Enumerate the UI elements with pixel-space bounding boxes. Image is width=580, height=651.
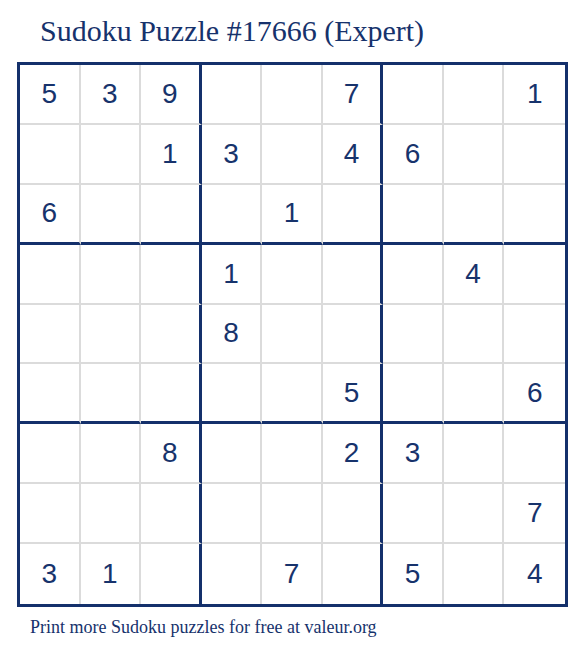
cell-r4c7[interactable]: [383, 245, 444, 305]
cell-r9c5[interactable]: 7: [262, 544, 323, 604]
cell-r3c4[interactable]: [202, 185, 263, 245]
cell-r9c6[interactable]: [323, 544, 384, 604]
cell-r3c3[interactable]: [141, 185, 202, 245]
cell-r2c1[interactable]: [20, 125, 81, 185]
cell-r5c1[interactable]: [20, 305, 81, 365]
cell-r5c2[interactable]: [81, 305, 142, 365]
cell-r3c1[interactable]: 6: [20, 185, 81, 245]
cell-r4c6[interactable]: [323, 245, 384, 305]
cell-r4c3[interactable]: [141, 245, 202, 305]
cell-r9c7[interactable]: 5: [383, 544, 444, 604]
cell-r3c8[interactable]: [444, 185, 505, 245]
cell-r9c1[interactable]: 3: [20, 544, 81, 604]
cell-r3c5[interactable]: 1: [262, 185, 323, 245]
cell-r6c5[interactable]: [262, 364, 323, 424]
cell-r2c7[interactable]: 6: [383, 125, 444, 185]
cell-r6c8[interactable]: [444, 364, 505, 424]
cell-r2c8[interactable]: [444, 125, 505, 185]
cell-r8c3[interactable]: [141, 484, 202, 544]
cell-r5c6[interactable]: [323, 305, 384, 365]
cell-r4c9[interactable]: [504, 245, 565, 305]
cell-r3c7[interactable]: [383, 185, 444, 245]
cell-r3c6[interactable]: [323, 185, 384, 245]
cell-r8c6[interactable]: [323, 484, 384, 544]
cell-r9c4[interactable]: [202, 544, 263, 604]
cell-r2c4[interactable]: 3: [202, 125, 263, 185]
cell-r6c1[interactable]: [20, 364, 81, 424]
footer-text: Print more Sudoku puzzles for free at va…: [30, 617, 377, 638]
cell-r4c2[interactable]: [81, 245, 142, 305]
cell-r6c6[interactable]: 5: [323, 364, 384, 424]
cell-r9c9[interactable]: 4: [504, 544, 565, 604]
cell-r1c7[interactable]: [383, 65, 444, 125]
cell-r3c2[interactable]: [81, 185, 142, 245]
cell-r5c4[interactable]: 8: [202, 305, 263, 365]
cell-r8c5[interactable]: [262, 484, 323, 544]
cell-r4c4[interactable]: 1: [202, 245, 263, 305]
cell-r5c8[interactable]: [444, 305, 505, 365]
page-title: Sudoku Puzzle #17666 (Expert): [40, 14, 424, 48]
cell-r6c9[interactable]: 6: [504, 364, 565, 424]
cell-r8c4[interactable]: [202, 484, 263, 544]
cell-r4c8[interactable]: 4: [444, 245, 505, 305]
cell-r4c1[interactable]: [20, 245, 81, 305]
cell-r7c7[interactable]: 3: [383, 424, 444, 484]
cell-r7c6[interactable]: 2: [323, 424, 384, 484]
cell-r8c8[interactable]: [444, 484, 505, 544]
cell-r5c7[interactable]: [383, 305, 444, 365]
cell-r8c2[interactable]: [81, 484, 142, 544]
cell-r7c3[interactable]: 8: [141, 424, 202, 484]
cell-r6c3[interactable]: [141, 364, 202, 424]
cell-r1c4[interactable]: [202, 65, 263, 125]
cell-r8c7[interactable]: [383, 484, 444, 544]
cell-r6c4[interactable]: [202, 364, 263, 424]
sudoku-grid: 5397113466114856823731754: [17, 62, 568, 607]
cell-r1c5[interactable]: [262, 65, 323, 125]
cell-r1c3[interactable]: 9: [141, 65, 202, 125]
cell-r2c6[interactable]: 4: [323, 125, 384, 185]
cell-r1c6[interactable]: 7: [323, 65, 384, 125]
cell-r8c9[interactable]: 7: [504, 484, 565, 544]
cell-r7c1[interactable]: [20, 424, 81, 484]
cell-r3c9[interactable]: [504, 185, 565, 245]
cell-r7c4[interactable]: [202, 424, 263, 484]
cell-r8c1[interactable]: [20, 484, 81, 544]
cell-r2c9[interactable]: [504, 125, 565, 185]
cell-r9c3[interactable]: [141, 544, 202, 604]
cell-r1c2[interactable]: 3: [81, 65, 142, 125]
cell-r1c1[interactable]: 5: [20, 65, 81, 125]
cell-r7c5[interactable]: [262, 424, 323, 484]
cell-r7c8[interactable]: [444, 424, 505, 484]
cell-r2c5[interactable]: [262, 125, 323, 185]
cell-r7c9[interactable]: [504, 424, 565, 484]
cell-r9c2[interactable]: 1: [81, 544, 142, 604]
cell-r5c5[interactable]: [262, 305, 323, 365]
cell-r5c3[interactable]: [141, 305, 202, 365]
cell-r1c8[interactable]: [444, 65, 505, 125]
cell-r7c2[interactable]: [81, 424, 142, 484]
cell-r9c8[interactable]: [444, 544, 505, 604]
cell-r2c2[interactable]: [81, 125, 142, 185]
cell-r1c9[interactable]: 1: [504, 65, 565, 125]
cell-r6c7[interactable]: [383, 364, 444, 424]
cell-r5c9[interactable]: [504, 305, 565, 365]
cell-r4c5[interactable]: [262, 245, 323, 305]
cell-r2c3[interactable]: 1: [141, 125, 202, 185]
cell-r6c2[interactable]: [81, 364, 142, 424]
